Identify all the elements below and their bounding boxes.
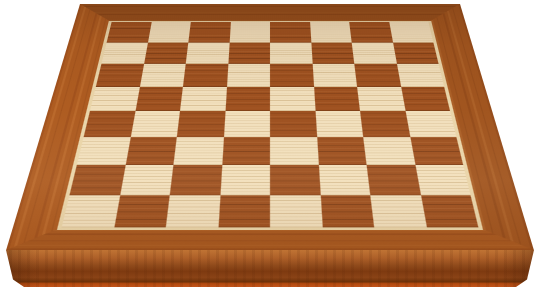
- square-r4-c6[interactable]: [314, 87, 360, 111]
- square-r8-c7[interactable]: [370, 195, 426, 227]
- square-r7-c2[interactable]: [120, 165, 174, 195]
- square-r1-c3[interactable]: [188, 22, 230, 42]
- square-r4-c3[interactable]: [180, 87, 226, 111]
- square-r4-c4[interactable]: [225, 87, 270, 111]
- square-r2-c2[interactable]: [144, 42, 189, 63]
- square-r8-c4[interactable]: [218, 195, 270, 227]
- square-r6-c1[interactable]: [77, 137, 130, 165]
- square-r7-c1[interactable]: [70, 165, 126, 195]
- square-r8-c8[interactable]: [420, 195, 478, 227]
- square-r8-c5[interactable]: [270, 195, 322, 227]
- square-r3-c6[interactable]: [312, 64, 357, 87]
- square-r2-c8[interactable]: [392, 42, 438, 63]
- maple-fillet-border: [57, 21, 483, 230]
- square-r6-c8[interactable]: [410, 137, 463, 165]
- square-r1-c8[interactable]: [389, 22, 434, 42]
- square-r6-c2[interactable]: [125, 137, 177, 165]
- square-r3-c7[interactable]: [354, 64, 400, 87]
- square-r3-c3[interactable]: [183, 64, 228, 87]
- square-r5-c1[interactable]: [84, 111, 135, 137]
- square-r2-c3[interactable]: [186, 42, 229, 63]
- square-r1-c5[interactable]: [270, 22, 311, 42]
- square-r2-c5[interactable]: [270, 42, 312, 63]
- square-r5-c4[interactable]: [223, 111, 270, 137]
- square-r6-c4[interactable]: [222, 137, 270, 165]
- square-r7-c6[interactable]: [318, 165, 370, 195]
- board-grid: [62, 22, 479, 227]
- square-r2-c6[interactable]: [311, 42, 354, 63]
- square-r3-c4[interactable]: [226, 64, 270, 87]
- board-front-edge: [0, 250, 540, 287]
- square-r1-c4[interactable]: [229, 22, 270, 42]
- square-r6-c5[interactable]: [270, 137, 318, 165]
- square-r4-c7[interactable]: [357, 87, 405, 111]
- square-r4-c1[interactable]: [90, 87, 139, 111]
- square-r4-c8[interactable]: [401, 87, 450, 111]
- square-r8-c6[interactable]: [320, 195, 374, 227]
- square-r8-c3[interactable]: [166, 195, 220, 227]
- square-r5-c5[interactable]: [270, 111, 317, 137]
- square-r6-c7[interactable]: [363, 137, 415, 165]
- board-top-face: [6, 4, 534, 250]
- square-r7-c5[interactable]: [270, 165, 320, 195]
- square-r7-c4[interactable]: [220, 165, 270, 195]
- square-r3-c1[interactable]: [96, 64, 144, 87]
- product-photo-background: [0, 0, 540, 288]
- square-r3-c8[interactable]: [396, 64, 444, 87]
- square-r6-c3[interactable]: [173, 137, 223, 165]
- square-r6-c6[interactable]: [317, 137, 367, 165]
- square-r8-c1[interactable]: [62, 195, 120, 227]
- square-r7-c7[interactable]: [367, 165, 421, 195]
- square-r8-c2[interactable]: [114, 195, 170, 227]
- square-r5-c3[interactable]: [177, 111, 225, 137]
- square-r4-c5[interactable]: [270, 87, 315, 111]
- square-r2-c4[interactable]: [228, 42, 270, 63]
- square-r3-c2[interactable]: [139, 64, 185, 87]
- square-r5-c8[interactable]: [405, 111, 456, 137]
- square-r7-c8[interactable]: [415, 165, 471, 195]
- square-r1-c2[interactable]: [148, 22, 191, 42]
- square-r4-c2[interactable]: [135, 87, 183, 111]
- square-r7-c3[interactable]: [170, 165, 222, 195]
- square-r2-c1[interactable]: [101, 42, 147, 63]
- square-r5-c2[interactable]: [130, 111, 180, 137]
- square-r1-c7[interactable]: [349, 22, 392, 42]
- square-r3-c5[interactable]: [270, 64, 314, 87]
- square-r5-c6[interactable]: [315, 111, 363, 137]
- chessboard: [6, 4, 534, 250]
- square-r2-c7[interactable]: [352, 42, 397, 63]
- square-r1-c1[interactable]: [107, 22, 152, 42]
- square-r5-c7[interactable]: [360, 111, 410, 137]
- square-r1-c6[interactable]: [310, 22, 352, 42]
